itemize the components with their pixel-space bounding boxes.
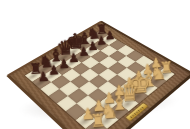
chess-set-photo: ♜♞♝♛♚♝♞♜♟♟♟♟♟♟♟♟♟♟♟♟♟♟♟♟♜♞♝♛♚♝♞♜	[0, 0, 190, 129]
scene: ♜♞♝♛♚♝♞♜♟♟♟♟♟♟♟♟♟♟♟♟♟♟♟♟♜♞♝♛♚♝♞♜	[0, 0, 190, 129]
black-pawn[interactable]: ♟	[37, 69, 50, 83]
white-rook[interactable]: ♜	[90, 112, 107, 129]
